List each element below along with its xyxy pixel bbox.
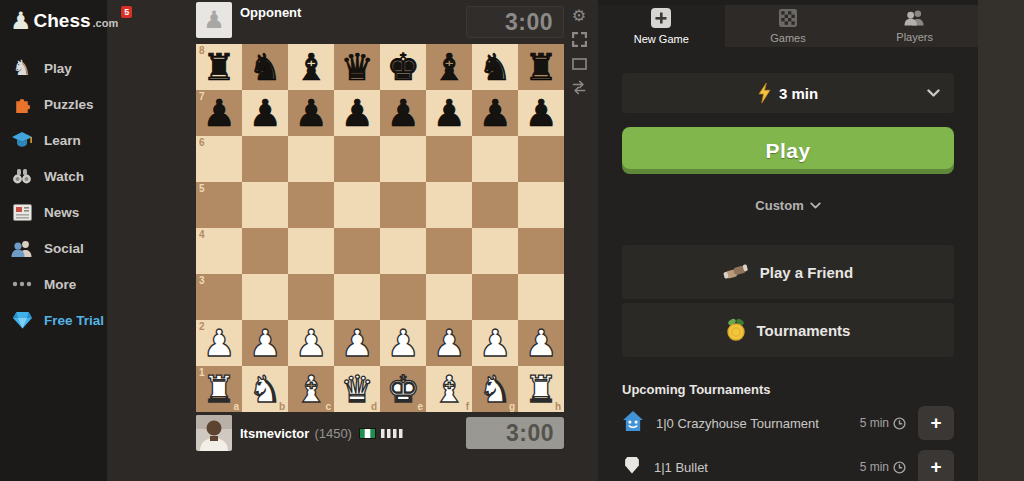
crazyhouse-icon <box>622 410 644 436</box>
chevron-down-icon <box>927 89 940 97</box>
square-e5[interactable] <box>380 182 426 228</box>
square-g8[interactable]: ♞ <box>472 44 518 90</box>
square-g2[interactable]: ♟ <box>472 320 518 366</box>
tournaments-label: Tournaments <box>757 322 851 339</box>
square-g6[interactable] <box>472 136 518 182</box>
square-d3[interactable] <box>334 274 380 320</box>
expand-icon[interactable] <box>572 32 587 47</box>
sidebar-item-free-trial[interactable]: Free Trial <box>10 302 107 338</box>
white-bishop[interactable]: ♝ <box>288 366 334 412</box>
player-avatar[interactable] <box>196 415 232 451</box>
rank-label: 6 <box>199 137 205 148</box>
white-bishop[interactable]: ♝ <box>426 366 472 412</box>
sidebar: ♟ Chess .com 5 ♞PlayPuzzlesLearnWatchNew… <box>0 0 107 481</box>
square-d6[interactable] <box>334 136 380 182</box>
sidebar-item-label: Puzzles <box>44 97 94 112</box>
square-e6[interactable] <box>380 136 426 182</box>
black-pawn[interactable]: ♟ <box>426 90 472 136</box>
page-right-gutter <box>978 0 1024 481</box>
square-b3[interactable] <box>242 274 288 320</box>
square-a5[interactable]: 5 <box>196 182 242 228</box>
time-control-select[interactable]: 3 min <box>622 73 954 113</box>
white-rook[interactable]: ♜ <box>518 366 564 412</box>
sidebar-item-label: More <box>44 277 76 292</box>
tournaments-button[interactable]: Tournaments <box>622 303 954 357</box>
opponent-avatar[interactable]: ♟ <box>196 2 232 38</box>
sidebar-item-social[interactable]: Social <box>10 230 107 266</box>
tournament-row[interactable]: 1|0 Crazyhouse Tournament5 min+ <box>622 405 954 441</box>
blitz-bolt-icon <box>758 83 771 103</box>
upcoming-tournaments: Upcoming Tournaments 1|0 Crazyhouse Tour… <box>622 382 954 481</box>
opponent-clock: 3:00 <box>466 6 564 38</box>
new-game-panel: New GameGamesPlayers 3 min Play Custom <box>598 5 978 481</box>
square-h3[interactable] <box>518 274 564 320</box>
sidebar-item-puzzles[interactable]: Puzzles <box>10 86 107 122</box>
tournament-medal-icon <box>726 318 746 342</box>
black-rook[interactable]: ♜ <box>518 44 564 90</box>
black-knight[interactable]: ♞ <box>472 44 518 90</box>
square-b8[interactable]: ♞ <box>242 44 288 90</box>
rank-label: 5 <box>199 183 205 194</box>
sidebar-nav: ♞PlayPuzzlesLearnWatchNewsSocialMoreFree… <box>10 50 107 338</box>
tournament-row[interactable]: 1|1 Bullet5 min+ <box>622 449 954 481</box>
square-a3[interactable]: 3 <box>196 274 242 320</box>
square-b5[interactable] <box>242 182 288 228</box>
square-b7[interactable]: ♟ <box>242 90 288 136</box>
square-f6[interactable] <box>426 136 472 182</box>
white-pawn[interactable]: ♟ <box>242 320 288 366</box>
player-photo <box>196 415 232 451</box>
players-icon <box>904 9 925 28</box>
square-c2[interactable]: ♟ <box>288 320 334 366</box>
play-button[interactable]: Play <box>622 127 954 174</box>
white-queen[interactable]: ♛ <box>334 366 380 412</box>
square-b2[interactable]: ♟ <box>242 320 288 366</box>
rank-label: 3 <box>199 275 205 286</box>
chess-board[interactable]: 8♜♞♝♛♚♝♞♜7♟♟♟♟♟♟♟♟65432♟♟♟♟♟♟♟♟1a♜b♞c♝d♛… <box>196 44 564 412</box>
square-f7[interactable]: ♟ <box>426 90 472 136</box>
tab-new-game[interactable]: New Game <box>598 5 725 47</box>
sidebar-item-label: Play <box>44 61 72 76</box>
white-pawn[interactable]: ♟ <box>288 320 334 366</box>
watch-icon <box>10 169 34 184</box>
player-clock: 3:00 <box>466 417 564 449</box>
tournament-time: 5 min <box>860 416 906 430</box>
join-tournament-button[interactable]: + <box>918 450 954 481</box>
player-meta <box>359 428 403 439</box>
sidebar-item-label: Free Trial <box>44 313 104 328</box>
white-king[interactable]: ♚ <box>380 366 426 412</box>
more-icon <box>10 281 34 287</box>
black-knight[interactable]: ♞ <box>242 44 288 90</box>
square-e1[interactable]: e♚ <box>380 366 426 412</box>
square-g4[interactable] <box>472 228 518 274</box>
square-c6[interactable] <box>288 136 334 182</box>
square-f4[interactable] <box>426 228 472 274</box>
square-e2[interactable]: ♟ <box>380 320 426 366</box>
sidebar-item-learn[interactable]: Learn <box>10 122 107 158</box>
notification-badge: 5 <box>121 6 132 18</box>
pawn-avatar-icon: ♟ <box>203 6 225 34</box>
play-friend-button[interactable]: Play a Friend <box>622 245 954 299</box>
diamond-icon <box>10 311 34 329</box>
black-pawn[interactable]: ♟ <box>334 90 380 136</box>
games-board-icon <box>779 9 797 29</box>
white-knight[interactable]: ♞ <box>242 366 288 412</box>
time-value: 5 min <box>860 460 889 474</box>
white-rook[interactable]: ♜ <box>196 366 242 412</box>
square-g3[interactable] <box>472 274 518 320</box>
square-h7[interactable]: ♟ <box>518 90 564 136</box>
square-d2[interactable]: ♟ <box>334 320 380 366</box>
square-h6[interactable] <box>518 136 564 182</box>
square-f1[interactable]: f♝ <box>426 366 472 412</box>
new-game-plus-icon <box>651 8 671 30</box>
sidebar-item-news[interactable]: News <box>10 194 107 230</box>
theater-mode-icon[interactable] <box>572 56 587 71</box>
square-h1[interactable]: h♜ <box>518 366 564 412</box>
white-pawn[interactable]: ♟ <box>518 320 564 366</box>
square-a8[interactable]: 8♜ <box>196 44 242 90</box>
handshake-icon <box>723 262 749 282</box>
square-c7[interactable]: ♟ <box>288 90 334 136</box>
square-h8[interactable]: ♜ <box>518 44 564 90</box>
panel-tabs: New GameGamesPlayers <box>598 5 978 47</box>
black-pawn[interactable]: ♟ <box>288 90 334 136</box>
bottom-player-bar: Itsmevictor (1450) 3:00 <box>196 412 564 454</box>
black-rook[interactable]: ♜ <box>196 44 242 90</box>
sidebar-item-label: Social <box>44 241 84 256</box>
tab-players[interactable]: Players <box>851 5 978 47</box>
time-value: 5 min <box>860 416 889 430</box>
white-pawn[interactable]: ♟ <box>472 320 518 366</box>
bullet-icon <box>622 456 642 478</box>
square-h5[interactable] <box>518 182 564 228</box>
flip-board-icon[interactable] <box>572 80 586 95</box>
square-d8[interactable]: ♛ <box>334 44 380 90</box>
square-c5[interactable] <box>288 182 334 228</box>
square-e7[interactable]: ♟ <box>380 90 426 136</box>
upcoming-title: Upcoming Tournaments <box>622 382 954 397</box>
news-icon <box>10 204 34 221</box>
tab-label: Games <box>770 32 805 44</box>
square-b4[interactable] <box>242 228 288 274</box>
black-pawn[interactable]: ♟ <box>518 90 564 136</box>
square-d1[interactable]: d♛ <box>334 366 380 412</box>
sidebar-item-label: News <box>44 205 79 220</box>
black-pawn[interactable]: ♟ <box>242 90 288 136</box>
sidebar-item-watch[interactable]: Watch <box>10 158 107 194</box>
tab-games[interactable]: Games <box>725 5 852 47</box>
square-c1[interactable]: c♝ <box>288 366 334 412</box>
square-f3[interactable] <box>426 274 472 320</box>
square-a2[interactable]: 2♟ <box>196 320 242 366</box>
settings-gear-icon[interactable]: ⚙ <box>572 8 586 23</box>
chevron-down-icon <box>810 202 821 209</box>
logo-text: Chess <box>34 6 91 36</box>
logo-suffix: .com <box>93 6 119 40</box>
join-tournament-button[interactable]: + <box>918 406 954 440</box>
black-bishop[interactable]: ♝ <box>426 44 472 90</box>
sidebar-item-label: Watch <box>44 169 84 184</box>
learn-icon <box>10 131 34 149</box>
custom-label: Custom <box>755 198 803 213</box>
square-a1[interactable]: 1a♜ <box>196 366 242 412</box>
square-d5[interactable] <box>334 182 380 228</box>
white-knight[interactable]: ♞ <box>472 366 518 412</box>
square-e4[interactable] <box>380 228 426 274</box>
square-g7[interactable]: ♟ <box>472 90 518 136</box>
white-pawn[interactable]: ♟ <box>196 320 242 366</box>
black-pawn[interactable]: ♟ <box>472 90 518 136</box>
player-name[interactable]: Itsmevictor <box>240 426 309 441</box>
sidebar-item-more[interactable]: More <box>10 266 107 302</box>
square-f8[interactable]: ♝ <box>426 44 472 90</box>
white-pawn[interactable]: ♟ <box>334 320 380 366</box>
sidebar-item-label: Learn <box>44 133 81 148</box>
opponent-name[interactable]: Opponent <box>240 5 301 20</box>
play-icon: ♞ <box>10 58 34 79</box>
square-a7[interactable]: 7♟ <box>196 90 242 136</box>
square-d4[interactable] <box>334 228 380 274</box>
play-friend-label: Play a Friend <box>760 264 853 281</box>
black-pawn[interactable]: ♟ <box>380 90 426 136</box>
square-g1[interactable]: g♞ <box>472 366 518 412</box>
square-c4[interactable] <box>288 228 334 274</box>
top-player-bar: ♟ Opponent 3:00 <box>196 2 564 42</box>
tournament-name: 1|0 Crazyhouse Tournament <box>656 416 819 431</box>
square-e8[interactable]: ♚ <box>380 44 426 90</box>
nigeria-flag-icon <box>359 428 376 439</box>
social-icon <box>10 240 34 257</box>
square-f2[interactable]: ♟ <box>426 320 472 366</box>
square-a6[interactable]: 6 <box>196 136 242 182</box>
player-rating: (1450) <box>314 426 352 441</box>
square-c3[interactable] <box>288 274 334 320</box>
custom-dropdown[interactable]: Custom <box>598 198 978 213</box>
rank-label: 4 <box>199 229 205 240</box>
tab-label: Players <box>896 31 933 43</box>
connection-bars-icon <box>381 428 403 439</box>
square-b6[interactable] <box>242 136 288 182</box>
tournament-name: 1|1 Bullet <box>654 460 708 475</box>
square-e3[interactable] <box>380 274 426 320</box>
square-c8[interactable]: ♝ <box>288 44 334 90</box>
square-d7[interactable]: ♟ <box>334 90 380 136</box>
white-pawn[interactable]: ♟ <box>426 320 472 366</box>
square-b1[interactable]: b♞ <box>242 366 288 412</box>
square-a4[interactable]: 4 <box>196 228 242 274</box>
tab-label: New Game <box>634 33 689 45</box>
tournament-time: 5 min <box>860 460 906 474</box>
square-h4[interactable] <box>518 228 564 274</box>
sidebar-item-play[interactable]: ♞Play <box>10 50 107 86</box>
white-pawn[interactable]: ♟ <box>380 320 426 366</box>
game-area: ♟ Opponent 3:00 8♜♞♝♛♚♝♞♜7♟♟♟♟♟♟♟♟65432♟… <box>196 0 564 481</box>
square-g5[interactable] <box>472 182 518 228</box>
time-control-value: 3 min <box>779 85 818 102</box>
square-h2[interactable]: ♟ <box>518 320 564 366</box>
square-f5[interactable] <box>426 182 472 228</box>
black-bishop[interactable]: ♝ <box>288 44 334 90</box>
pawn-logo-icon: ♟ <box>10 6 32 36</box>
chesscom-app: ♟ Chess .com 5 ♞PlayPuzzlesLearnWatchNew… <box>0 0 1024 481</box>
black-king[interactable]: ♚ <box>380 44 426 90</box>
black-queen[interactable]: ♛ <box>334 44 380 90</box>
board-tools: ⚙ <box>568 8 590 95</box>
chesscom-logo[interactable]: ♟ Chess .com 5 <box>10 6 107 40</box>
puzzles-icon <box>10 94 34 115</box>
black-pawn[interactable]: ♟ <box>196 90 242 136</box>
